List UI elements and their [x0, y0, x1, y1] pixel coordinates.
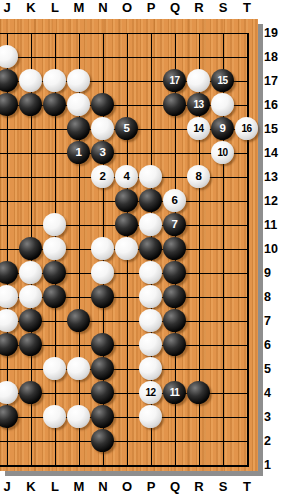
- black-stone-Q7: [163, 309, 186, 332]
- white-stone-K9: [19, 261, 42, 284]
- white-stone-L5: [43, 357, 66, 380]
- column-label-top-J: J: [0, 1, 16, 15]
- grid-line-h-1: [0, 465, 249, 467]
- grid-line-h-3: [0, 417, 249, 418]
- black-stone-Q17: 17: [163, 69, 186, 92]
- column-label-bottom-K: K: [22, 480, 40, 494]
- black-stone-N14: 3: [91, 141, 114, 164]
- white-stone-P4: 12: [139, 381, 162, 404]
- black-stone-Q9: [163, 261, 186, 284]
- move-number-3: 3: [100, 147, 106, 159]
- grid-line-h-2: [0, 441, 249, 442]
- column-label-top-T: T: [238, 1, 256, 15]
- black-stone-K4: [19, 381, 42, 404]
- row-label-5: 5: [264, 362, 271, 376]
- white-stone-S14: 10: [211, 141, 234, 164]
- black-stone-J17: [0, 69, 18, 92]
- black-stone-K10: [19, 237, 42, 260]
- black-stone-O15: 5: [115, 117, 138, 140]
- go-diagram: JKLMNOPQRST 1715135149161310248671211 19…: [0, 0, 284, 500]
- black-stone-N2: [91, 429, 114, 452]
- black-stone-N6: [91, 333, 114, 356]
- column-label-bottom-T: T: [238, 480, 256, 494]
- column-label-bottom-S: S: [214, 480, 232, 494]
- row-label-8: 8: [264, 290, 271, 304]
- go-board-surface[interactable]: 1715135149161310248671211: [0, 19, 258, 471]
- move-number-14: 14: [193, 124, 203, 134]
- row-label-10: 10: [264, 242, 278, 256]
- column-label-top-N: N: [94, 1, 112, 15]
- column-label-bottom-N: N: [94, 480, 112, 494]
- column-label-top-R: R: [190, 1, 208, 15]
- move-number-17: 17: [169, 76, 179, 86]
- column-label-bottom-L: L: [46, 480, 64, 494]
- black-stone-K16: [19, 93, 42, 116]
- white-stone-J4: [0, 381, 18, 404]
- white-stone-P11: [139, 213, 162, 236]
- white-stone-L10: [43, 237, 66, 260]
- black-stone-N5: [91, 357, 114, 380]
- white-stone-R17: [187, 69, 210, 92]
- white-stone-O10: [115, 237, 138, 260]
- row-label-1: 1: [264, 458, 271, 472]
- black-stone-N4: [91, 381, 114, 404]
- white-stone-P9: [139, 261, 162, 284]
- white-stone-J7: [0, 309, 18, 332]
- black-stone-S17: 15: [211, 69, 234, 92]
- white-stone-N9: [91, 261, 114, 284]
- row-label-6: 6: [264, 338, 271, 352]
- row-label-11: 11: [264, 218, 277, 232]
- black-stone-Q6: [163, 333, 186, 356]
- white-stone-L11: [43, 213, 66, 236]
- row-label-2: 2: [264, 434, 271, 448]
- column-label-bottom-Q: Q: [166, 480, 184, 494]
- column-label-top-P: P: [142, 1, 160, 15]
- white-stone-K8: [19, 285, 42, 308]
- white-stone-R15: 14: [187, 117, 210, 140]
- row-label-16: 16: [264, 98, 278, 112]
- black-stone-J9: [0, 261, 18, 284]
- black-stone-L9: [43, 261, 66, 284]
- move-number-4: 4: [124, 171, 130, 183]
- black-stone-R16: 13: [187, 93, 210, 116]
- black-stone-M7: [67, 309, 90, 332]
- white-stone-M17: [67, 69, 90, 92]
- column-label-bottom-M: M: [70, 480, 88, 494]
- white-stone-M16: [67, 93, 90, 116]
- black-stone-N8: [91, 285, 114, 308]
- black-stone-N3: [91, 405, 114, 428]
- move-number-11: 11: [170, 388, 180, 398]
- row-label-7: 7: [264, 314, 271, 328]
- black-stone-L8: [43, 285, 66, 308]
- white-stone-L17: [43, 69, 66, 92]
- black-stone-Q10: [163, 237, 186, 260]
- black-stone-Q8: [163, 285, 186, 308]
- white-stone-P7: [139, 309, 162, 332]
- white-stone-M3: [67, 405, 90, 428]
- black-stone-M15: [67, 117, 90, 140]
- column-label-bottom-J: J: [0, 480, 16, 494]
- white-stone-L3: [43, 405, 66, 428]
- black-stone-K6: [19, 333, 42, 356]
- grid-line-h-18: [0, 57, 249, 58]
- column-label-top-Q: Q: [166, 1, 184, 15]
- white-stone-R13: 8: [187, 165, 210, 188]
- black-stone-L16: [43, 93, 66, 116]
- row-label-18: 18: [264, 50, 278, 64]
- white-stone-P5: [139, 357, 162, 380]
- black-stone-M14: 1: [67, 141, 90, 164]
- white-stone-S16: [211, 93, 234, 116]
- grid-line-v-T: [247, 33, 249, 467]
- move-number-16: 16: [241, 124, 251, 134]
- row-label-13: 13: [264, 170, 278, 184]
- black-stone-K7: [19, 309, 42, 332]
- white-stone-P13: [139, 165, 162, 188]
- column-label-top-M: M: [70, 1, 88, 15]
- move-number-15: 15: [217, 76, 227, 86]
- move-number-10: 10: [217, 148, 227, 158]
- row-label-19: 19: [264, 26, 278, 40]
- column-label-top-O: O: [118, 1, 136, 15]
- black-stone-J16: [0, 93, 18, 116]
- row-label-4: 4: [264, 386, 271, 400]
- white-stone-T15: 16: [235, 117, 258, 140]
- row-label-3: 3: [264, 410, 271, 424]
- row-label-12: 12: [264, 194, 278, 208]
- column-label-top-L: L: [46, 1, 64, 15]
- white-stone-J8: [0, 285, 18, 308]
- white-stone-P3: [139, 405, 162, 428]
- white-stone-M5: [67, 357, 90, 380]
- move-number-1: 1: [76, 147, 82, 159]
- black-stone-Q11: 7: [163, 213, 186, 236]
- row-label-17: 17: [264, 74, 278, 88]
- white-stone-N10: [91, 237, 114, 260]
- move-number-7: 7: [172, 219, 178, 231]
- grid-line-h-19: [0, 33, 249, 34]
- black-stone-Q4: 11: [163, 381, 186, 404]
- move-number-8: 8: [196, 171, 202, 183]
- black-stone-O12: [115, 189, 138, 212]
- row-label-14: 14: [264, 146, 278, 160]
- white-stone-N15: [91, 117, 114, 140]
- white-stone-N13: 2: [91, 165, 114, 188]
- white-stone-P8: [139, 285, 162, 308]
- column-label-top-S: S: [214, 1, 232, 15]
- black-stone-Q16: [163, 93, 186, 116]
- black-stone-P12: [139, 189, 162, 212]
- row-label-15: 15: [264, 122, 278, 136]
- column-label-bottom-O: O: [118, 480, 136, 494]
- column-label-bottom-P: P: [142, 480, 160, 494]
- grid-line-h-5: [0, 369, 249, 370]
- black-stone-J3: [0, 405, 18, 428]
- white-stone-P6: [139, 333, 162, 356]
- black-stone-J6: [0, 333, 18, 356]
- black-stone-O11: [115, 213, 138, 236]
- row-label-9: 9: [264, 266, 271, 280]
- white-stone-O13: 4: [115, 165, 138, 188]
- white-stone-Q12: 6: [163, 189, 186, 212]
- white-stone-J18: [0, 45, 18, 68]
- black-stone-P10: [139, 237, 162, 260]
- column-label-top-K: K: [22, 1, 40, 15]
- black-stone-N16: [91, 93, 114, 116]
- move-number-5: 5: [124, 123, 130, 135]
- black-stone-R4: [187, 381, 210, 404]
- column-label-bottom-R: R: [190, 480, 208, 494]
- white-stone-K17: [19, 69, 42, 92]
- move-number-12: 12: [145, 388, 155, 398]
- black-stone-S15: 9: [211, 117, 234, 140]
- move-number-6: 6: [172, 195, 178, 207]
- move-number-2: 2: [100, 171, 106, 183]
- move-number-9: 9: [220, 123, 226, 135]
- move-number-13: 13: [193, 100, 203, 110]
